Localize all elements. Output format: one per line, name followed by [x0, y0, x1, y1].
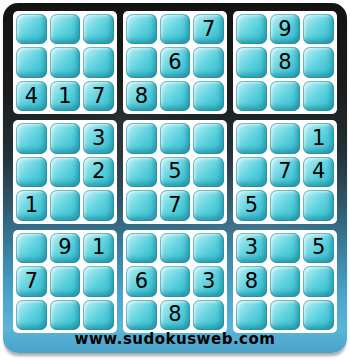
box-2-3: 1745 — [233, 120, 337, 223]
site-url[interactable]: www.sudokusweb.com — [3, 330, 347, 348]
cell-r3c2[interactable]: 1 — [50, 81, 81, 111]
cell-r6c4[interactable] — [126, 190, 157, 220]
cell-r9c6[interactable] — [193, 300, 224, 330]
cell-r6c8[interactable] — [270, 190, 301, 220]
cell-r1c1[interactable] — [16, 14, 47, 44]
box-1-1: 417 — [13, 11, 117, 114]
cell-r2c6[interactable] — [193, 47, 224, 77]
board-frame: 41776898321571745917638358 www.sudokuswe… — [3, 3, 347, 353]
cell-r5c6[interactable] — [193, 157, 224, 187]
cell-r6c2[interactable] — [50, 190, 81, 220]
cell-r2c7[interactable] — [236, 47, 267, 77]
cell-r7c7[interactable]: 3 — [236, 233, 267, 263]
cell-r9c7[interactable] — [236, 300, 267, 330]
box-2-1: 321 — [13, 120, 117, 223]
cell-r5c1[interactable] — [16, 157, 47, 187]
cell-r4c5[interactable] — [160, 123, 191, 153]
cell-r6c6[interactable] — [193, 190, 224, 220]
cell-r5c5[interactable]: 5 — [160, 157, 191, 187]
cell-r7c2[interactable]: 9 — [50, 233, 81, 263]
cell-r8c1[interactable]: 7 — [16, 266, 47, 296]
box-3-1: 917 — [13, 230, 117, 333]
cell-r7c1[interactable] — [16, 233, 47, 263]
cell-r5c8[interactable]: 7 — [270, 157, 301, 187]
cell-r1c8[interactable]: 9 — [270, 14, 301, 44]
cell-r5c4[interactable] — [126, 157, 157, 187]
cell-r8c3[interactable] — [83, 266, 114, 296]
cell-r9c2[interactable] — [50, 300, 81, 330]
cell-r4c2[interactable] — [50, 123, 81, 153]
cell-r5c7[interactable] — [236, 157, 267, 187]
cell-r1c2[interactable] — [50, 14, 81, 44]
cell-r9c1[interactable] — [16, 300, 47, 330]
cell-r1c6[interactable]: 7 — [193, 14, 224, 44]
cell-r2c5[interactable]: 6 — [160, 47, 191, 77]
cell-r2c4[interactable] — [126, 47, 157, 77]
cell-r7c5[interactable] — [160, 233, 191, 263]
cell-r6c5[interactable]: 7 — [160, 190, 191, 220]
cell-r5c2[interactable] — [50, 157, 81, 187]
cell-r1c7[interactable] — [236, 14, 267, 44]
cell-r2c2[interactable] — [50, 47, 81, 77]
cell-r9c8[interactable] — [270, 300, 301, 330]
cell-r3c5[interactable] — [160, 81, 191, 111]
cell-r9c4[interactable] — [126, 300, 157, 330]
cell-r2c9[interactable] — [303, 47, 334, 77]
cell-r8c5[interactable] — [160, 266, 191, 296]
cell-r8c7[interactable]: 8 — [236, 266, 267, 296]
sudoku-board: 41776898321571745917638358 — [13, 11, 337, 333]
box-2-2: 57 — [123, 120, 227, 223]
cell-r3c7[interactable] — [236, 81, 267, 111]
box-1-3: 98 — [233, 11, 337, 114]
cell-r1c4[interactable] — [126, 14, 157, 44]
cell-r9c5[interactable]: 8 — [160, 300, 191, 330]
cell-r8c2[interactable] — [50, 266, 81, 296]
cell-r4c4[interactable] — [126, 123, 157, 153]
cell-r3c1[interactable]: 4 — [16, 81, 47, 111]
cell-r4c7[interactable] — [236, 123, 267, 153]
cell-r6c9[interactable] — [303, 190, 334, 220]
box-1-2: 768 — [123, 11, 227, 114]
cell-r3c8[interactable] — [270, 81, 301, 111]
cell-r8c9[interactable] — [303, 266, 334, 296]
cell-r7c6[interactable] — [193, 233, 224, 263]
cell-r3c3[interactable]: 7 — [83, 81, 114, 111]
cell-r9c3[interactable] — [83, 300, 114, 330]
cell-r3c9[interactable] — [303, 81, 334, 111]
cell-r8c4[interactable]: 6 — [126, 266, 157, 296]
cell-r8c8[interactable] — [270, 266, 301, 296]
cell-r6c7[interactable]: 5 — [236, 190, 267, 220]
sudoku-widget: 41776898321571745917638358 www.sudokuswe… — [0, 0, 350, 360]
cell-r7c8[interactable] — [270, 233, 301, 263]
cell-r2c8[interactable]: 8 — [270, 47, 301, 77]
cell-r3c6[interactable] — [193, 81, 224, 111]
cell-r1c9[interactable] — [303, 14, 334, 44]
cell-r1c5[interactable] — [160, 14, 191, 44]
cell-r4c6[interactable] — [193, 123, 224, 153]
cell-r9c9[interactable] — [303, 300, 334, 330]
cell-r5c3[interactable]: 2 — [83, 157, 114, 187]
cell-r7c9[interactable]: 5 — [303, 233, 334, 263]
cell-r8c6[interactable]: 3 — [193, 266, 224, 296]
box-3-3: 358 — [233, 230, 337, 333]
cell-r4c9[interactable]: 1 — [303, 123, 334, 153]
cell-r6c1[interactable]: 1 — [16, 190, 47, 220]
cell-r6c3[interactable] — [83, 190, 114, 220]
cell-r3c4[interactable]: 8 — [126, 81, 157, 111]
cell-r7c3[interactable]: 1 — [83, 233, 114, 263]
cell-r5c9[interactable]: 4 — [303, 157, 334, 187]
cell-r7c4[interactable] — [126, 233, 157, 263]
cell-r2c1[interactable] — [16, 47, 47, 77]
cell-r2c3[interactable] — [83, 47, 114, 77]
cell-r4c1[interactable] — [16, 123, 47, 153]
cell-r1c3[interactable] — [83, 14, 114, 44]
box-3-2: 638 — [123, 230, 227, 333]
cell-r4c8[interactable] — [270, 123, 301, 153]
cell-r4c3[interactable]: 3 — [83, 123, 114, 153]
